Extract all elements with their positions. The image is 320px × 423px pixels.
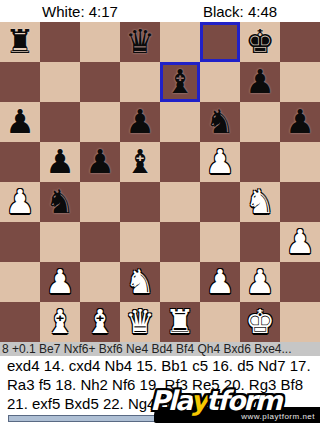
black-pawn: ♟ — [45, 142, 75, 182]
square-f7[interactable] — [200, 62, 240, 102]
square-h4[interactable] — [280, 182, 320, 222]
white-bishop: ♝ — [85, 302, 115, 342]
black-pawn: ♟ — [285, 102, 315, 142]
chess-board: ♜♛♚♝♟♟♟♞♟♟♟♝♟♟♞♞♟♟♞♟♟♝♝♛♜♚ — [0, 22, 320, 342]
square-h5[interactable] — [280, 142, 320, 182]
white-clock: White: 4:17 — [0, 3, 160, 20]
black-knight: ♞ — [45, 182, 75, 222]
square-h2[interactable] — [280, 262, 320, 302]
black-bishop: ♝ — [125, 142, 155, 182]
square-d3[interactable] — [120, 222, 160, 262]
square-g5[interactable] — [240, 142, 280, 182]
square-f3[interactable] — [200, 222, 240, 262]
white-knight: ♞ — [245, 182, 275, 222]
square-h3[interactable]: ♟ — [280, 222, 320, 262]
square-c2[interactable] — [80, 262, 120, 302]
white-pawn: ♟ — [285, 222, 315, 262]
square-f5[interactable]: ♟ — [200, 142, 240, 182]
move-line: exd4 14. cxd4 Nb4 15. Bb1 c5 16. d5 Nd7 … — [0, 356, 320, 375]
square-e1[interactable]: ♜ — [160, 302, 200, 342]
square-c4[interactable] — [80, 182, 120, 222]
brand-text-y: y — [190, 385, 206, 416]
black-pawn: ♟ — [245, 62, 275, 102]
square-a8[interactable]: ♜ — [0, 22, 40, 62]
square-f2[interactable]: ♟ — [200, 262, 240, 302]
square-h8[interactable] — [280, 22, 320, 62]
black-pawn: ♟ — [5, 102, 35, 142]
white-knight: ♞ — [125, 262, 155, 302]
white-pawn: ♟ — [205, 142, 235, 182]
square-a2[interactable] — [0, 262, 40, 302]
square-g3[interactable] — [240, 222, 280, 262]
brand-text: Pla — [150, 385, 190, 416]
square-c3[interactable] — [80, 222, 120, 262]
white-queen: ♛ — [125, 302, 155, 342]
square-a7[interactable] — [0, 62, 40, 102]
chess-app-window: White: 4:17 Black: 4:48 ♜♛♚♝♟♟♟♞♟♟♟♝♟♟♞♞… — [0, 0, 320, 423]
white-pawn: ♟ — [45, 262, 75, 302]
square-a1[interactable] — [0, 302, 40, 342]
square-a3[interactable] — [0, 222, 40, 262]
square-c7[interactable] — [80, 62, 120, 102]
playtform-watermark: www.playtform.net Playtform — [148, 383, 320, 423]
white-pawn: ♟ — [245, 262, 275, 302]
square-d1[interactable]: ♛ — [120, 302, 160, 342]
square-c5[interactable]: ♟ — [80, 142, 120, 182]
black-bishop: ♝ — [165, 62, 195, 102]
square-b4[interactable]: ♞ — [40, 182, 80, 222]
square-d4[interactable] — [120, 182, 160, 222]
square-b1[interactable]: ♝ — [40, 302, 80, 342]
square-f4[interactable] — [200, 182, 240, 222]
square-a5[interactable] — [0, 142, 40, 182]
black-pawn: ♟ — [85, 142, 115, 182]
black-queen: ♛ — [125, 22, 155, 62]
square-e7[interactable]: ♝ — [160, 62, 200, 102]
square-f1[interactable] — [200, 302, 240, 342]
square-e6[interactable] — [160, 102, 200, 142]
square-c1[interactable]: ♝ — [80, 302, 120, 342]
engine-analysis-line: 8 +0.1 Be7 Nxf6+ Bxf6 Ne4 Bd4 Bf4 Qh4 Bx… — [0, 342, 320, 356]
black-clock: Black: 4:48 — [160, 3, 320, 20]
square-h7[interactable] — [280, 62, 320, 102]
square-e4[interactable] — [160, 182, 200, 222]
square-g4[interactable]: ♞ — [240, 182, 280, 222]
square-d7[interactable] — [120, 62, 160, 102]
square-b6[interactable] — [40, 102, 80, 142]
square-c8[interactable] — [80, 22, 120, 62]
square-b7[interactable] — [40, 62, 80, 102]
square-d2[interactable]: ♞ — [120, 262, 160, 302]
watermark-brand-logo: Playtform — [150, 385, 281, 416]
square-g7[interactable]: ♟ — [240, 62, 280, 102]
white-king: ♚ — [245, 302, 275, 342]
square-b2[interactable]: ♟ — [40, 262, 80, 302]
black-king: ♚ — [245, 22, 275, 62]
square-f6[interactable]: ♞ — [200, 102, 240, 142]
square-b3[interactable] — [40, 222, 80, 262]
square-g8[interactable]: ♚ — [240, 22, 280, 62]
square-g6[interactable] — [240, 102, 280, 142]
square-e5[interactable] — [160, 142, 200, 182]
white-pawn: ♟ — [205, 262, 235, 302]
white-pawn: ♟ — [5, 182, 35, 222]
clock-header: White: 4:17 Black: 4:48 — [0, 0, 320, 22]
square-e8[interactable] — [160, 22, 200, 62]
square-h6[interactable]: ♟ — [280, 102, 320, 142]
brand-text: tform — [206, 385, 281, 416]
square-c6[interactable] — [80, 102, 120, 142]
square-e2[interactable] — [160, 262, 200, 302]
square-f8[interactable] — [200, 22, 240, 62]
square-g1[interactable]: ♚ — [240, 302, 280, 342]
square-a6[interactable]: ♟ — [0, 102, 40, 142]
square-a4[interactable]: ♟ — [0, 182, 40, 222]
black-pawn: ♟ — [125, 102, 155, 142]
square-b5[interactable]: ♟ — [40, 142, 80, 182]
black-rook: ♜ — [5, 22, 35, 62]
square-h1[interactable] — [280, 302, 320, 342]
square-d6[interactable]: ♟ — [120, 102, 160, 142]
square-g2[interactable]: ♟ — [240, 262, 280, 302]
white-rook: ♜ — [165, 302, 195, 342]
square-e3[interactable] — [160, 222, 200, 262]
square-d8[interactable]: ♛ — [120, 22, 160, 62]
black-knight: ♞ — [205, 102, 235, 142]
white-bishop: ♝ — [45, 302, 75, 342]
square-d5[interactable]: ♝ — [120, 142, 160, 182]
square-b8[interactable] — [40, 22, 80, 62]
